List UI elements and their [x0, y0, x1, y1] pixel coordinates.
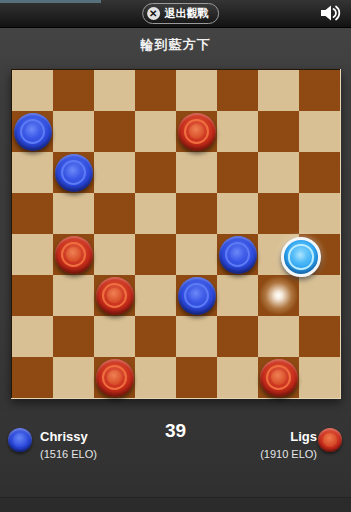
piece-icon-core [323, 433, 336, 446]
checker-piece-blue[interactable] [14, 113, 52, 151]
move-highlight-glow[interactable] [258, 275, 299, 316]
piece-core [294, 250, 308, 264]
checkers-board [11, 69, 341, 399]
player-right-elo: (1910 ELO) [260, 446, 317, 462]
piece-layer [12, 70, 340, 398]
player-blue-piece-icon [8, 428, 32, 452]
player-left-name: Chrissy [40, 428, 97, 446]
checker-piece-red[interactable] [55, 236, 93, 274]
player-right-name: Ligs [260, 428, 317, 446]
checker-piece-blue[interactable] [219, 236, 257, 274]
checker-piece-red[interactable] [260, 359, 298, 397]
status-bar-sliver [0, 0, 101, 3]
sound-icon[interactable] [319, 2, 342, 24]
close-icon: ✕ [147, 7, 160, 20]
checker-piece-red[interactable] [96, 277, 134, 315]
turn-status-banner: 輪到藍方下 [0, 36, 351, 54]
checker-piece-red[interactable] [96, 359, 134, 397]
player-right-info: Ligs (1910 ELO) [260, 428, 317, 462]
bottom-nav-strip [0, 497, 351, 512]
checker-piece-red[interactable] [178, 113, 216, 151]
checker-piece-blue[interactable] [55, 154, 93, 192]
player-red-piece-icon [318, 428, 342, 452]
app-screen: ✕ 退出觀戰 輪到藍方下 39 Chrissy (1516 ELO) Ligs … [0, 0, 351, 512]
checker-piece-blue[interactable] [178, 277, 216, 315]
piece-icon-core [13, 433, 26, 446]
checker-piece-blue-selected[interactable] [281, 237, 321, 277]
exit-button-label: 退出觀戰 [165, 6, 209, 21]
player-left-info: Chrissy (1516 ELO) [40, 428, 97, 462]
player-left-elo: (1516 ELO) [40, 446, 97, 462]
exit-spectate-button[interactable]: ✕ 退出觀戰 [142, 3, 219, 24]
top-bar: ✕ 退出觀戰 [0, 0, 351, 28]
